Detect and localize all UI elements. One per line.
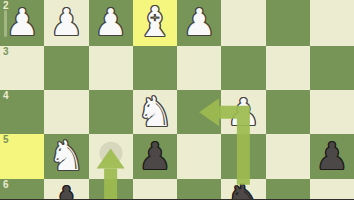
square-h5[interactable]: 5 [0, 134, 44, 178]
white-pawn[interactable]: ♟ [89, 0, 133, 46]
square-c4[interactable]: ♟ [221, 90, 265, 134]
square-c3[interactable] [221, 46, 265, 90]
square-h3[interactable]: 3 [0, 46, 44, 90]
square-g6[interactable]: ♟ [44, 179, 88, 200]
black-pawn[interactable]: ♟ [44, 179, 88, 200]
square-g2[interactable]: ♟ [44, 0, 88, 46]
square-g5[interactable]: ♞ [44, 134, 88, 178]
white-pawn[interactable]: ♟ [0, 0, 44, 46]
white-bishop[interactable]: ♝ [133, 0, 177, 46]
square-h4[interactable]: 4 [0, 90, 44, 134]
square-e4[interactable]: ♞ [133, 90, 177, 134]
square-a2[interactable] [310, 0, 354, 46]
square-f5[interactable] [89, 134, 133, 178]
square-b2[interactable] [266, 0, 310, 46]
square-f3[interactable] [89, 46, 133, 90]
white-pawn[interactable]: ♟ [221, 90, 265, 134]
square-b3[interactable] [266, 46, 310, 90]
square-g4[interactable] [44, 90, 88, 134]
black-pawn[interactable]: ♟ [310, 134, 354, 178]
square-b4[interactable] [266, 90, 310, 134]
square-e5[interactable]: ♟ [133, 134, 177, 178]
square-f6[interactable] [89, 179, 133, 200]
square-f2[interactable]: ♟ [89, 0, 133, 46]
rank-label-6: 6 [3, 180, 9, 190]
chess-board: 2♟♟♟♝♟34♞♟5♞♟♟6♟♞ [0, 0, 354, 199]
square-d2[interactable]: ♟ [177, 0, 221, 46]
black-pawn[interactable]: ♟ [133, 134, 177, 178]
square-h6[interactable]: 6 [0, 179, 44, 200]
white-knight[interactable]: ♞ [44, 134, 88, 178]
white-pawn[interactable]: ♟ [177, 0, 221, 46]
black-knight[interactable]: ♞ [221, 179, 265, 200]
scroll-indicator-line [4, 10, 7, 37]
square-b6[interactable] [266, 179, 310, 200]
rank-label-3: 3 [3, 47, 9, 57]
square-f4[interactable] [89, 90, 133, 134]
square-g3[interactable] [44, 46, 88, 90]
chess-board-viewport: 2♟♟♟♝♟34♞♟5♞♟♟6♟♞ [0, 0, 354, 199]
square-h2[interactable]: 2♟ [0, 0, 44, 46]
white-pawn[interactable]: ♟ [44, 0, 88, 46]
square-e3[interactable] [133, 46, 177, 90]
square-c2[interactable] [221, 0, 265, 46]
rank-label-4: 4 [3, 91, 9, 101]
square-d4[interactable] [177, 90, 221, 134]
move-hint-circle [99, 142, 122, 165]
square-c6[interactable]: ♞ [221, 179, 265, 200]
square-a5[interactable]: ♟ [310, 134, 354, 178]
rank-label-5: 5 [3, 135, 9, 145]
white-knight[interactable]: ♞ [133, 90, 177, 134]
square-e6[interactable] [133, 179, 177, 200]
square-a4[interactable] [310, 90, 354, 134]
square-c5[interactable] [221, 134, 265, 178]
square-d6[interactable] [177, 179, 221, 200]
square-b5[interactable] [266, 134, 310, 178]
square-d3[interactable] [177, 46, 221, 90]
square-d5[interactable] [177, 134, 221, 178]
square-e2[interactable]: ♝ [133, 0, 177, 46]
square-a6[interactable] [310, 179, 354, 200]
square-a3[interactable] [310, 46, 354, 90]
